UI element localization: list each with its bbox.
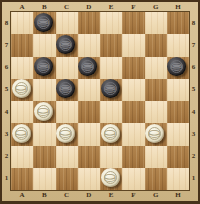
square-h7[interactable]	[167, 34, 189, 56]
square-c2[interactable]	[56, 146, 78, 168]
file-labels-top: ABCDEFGH	[11, 2, 189, 12]
square-g5[interactable]	[145, 79, 167, 101]
square-f3[interactable]	[122, 123, 144, 145]
piece-white-a3[interactable]: ⛀	[12, 124, 31, 143]
square-b2[interactable]	[33, 146, 55, 168]
square-h2[interactable]	[167, 146, 189, 168]
file-label: G	[145, 190, 167, 201]
file-label: E	[100, 2, 122, 12]
square-g4[interactable]	[145, 101, 167, 123]
file-label: B	[33, 2, 55, 12]
file-label: E	[100, 190, 122, 201]
square-h6[interactable]: ⛂	[167, 57, 189, 79]
square-f7[interactable]	[122, 34, 144, 56]
square-c1[interactable]	[56, 168, 78, 190]
piece-white-c3[interactable]: ⛀	[56, 124, 75, 143]
square-f5[interactable]	[122, 79, 144, 101]
square-e1[interactable]: ⛀	[100, 168, 122, 190]
square-c3[interactable]: ⛀	[56, 123, 78, 145]
square-a2[interactable]	[11, 146, 33, 168]
rank-label: 8	[2, 12, 11, 34]
square-e5[interactable]: ⛂	[100, 79, 122, 101]
square-e8[interactable]	[100, 12, 122, 34]
square-a7[interactable]	[11, 34, 33, 56]
square-f2[interactable]	[122, 146, 144, 168]
file-label: H	[167, 190, 189, 201]
square-b4[interactable]: ⛀	[33, 101, 55, 123]
square-h8[interactable]	[167, 12, 189, 34]
rank-label: 5	[189, 79, 198, 101]
checkers-board: ABCDEFGH ABCDEFGH 87654321 87654321 ⛂⛂⛂⛂…	[0, 0, 200, 204]
piece-black-h6[interactable]: ⛂	[167, 57, 186, 76]
rank-label: 3	[189, 123, 198, 145]
square-d7[interactable]	[78, 34, 100, 56]
square-c5[interactable]: ⛂	[56, 79, 78, 101]
square-e3[interactable]: ⛀	[100, 123, 122, 145]
square-c7[interactable]: ⛂	[56, 34, 78, 56]
square-d3[interactable]	[78, 123, 100, 145]
square-a4[interactable]	[11, 101, 33, 123]
square-e6[interactable]	[100, 57, 122, 79]
file-label: H	[167, 2, 189, 12]
square-b6[interactable]: ⛂	[33, 57, 55, 79]
piece-white-b4[interactable]: ⛀	[34, 102, 53, 121]
file-label: F	[122, 190, 144, 201]
square-e4[interactable]	[100, 101, 122, 123]
rank-labels-left: 87654321	[2, 12, 11, 190]
square-f6[interactable]	[122, 57, 144, 79]
file-label: C	[56, 2, 78, 12]
square-a8[interactable]	[11, 12, 33, 34]
square-d8[interactable]	[78, 12, 100, 34]
square-a5[interactable]: ⛀	[11, 79, 33, 101]
rank-label: 6	[2, 57, 11, 79]
rank-label: 2	[189, 146, 198, 168]
rank-label: 7	[2, 34, 11, 56]
rank-labels-right: 87654321	[189, 12, 198, 190]
square-g3[interactable]: ⛀	[145, 123, 167, 145]
square-g7[interactable]	[145, 34, 167, 56]
file-label: D	[78, 2, 100, 12]
piece-white-e3[interactable]: ⛀	[101, 124, 120, 143]
rank-label: 1	[2, 168, 11, 190]
board-grid: ⛂⛂⛂⛂⛂⛀⛂⛂⛀⛀⛀⛀⛀⛀	[11, 12, 189, 190]
piece-black-c7[interactable]: ⛂	[56, 35, 75, 54]
rank-label: 8	[189, 12, 198, 34]
square-g1[interactable]	[145, 168, 167, 190]
square-b8[interactable]: ⛂	[33, 12, 55, 34]
square-c4[interactable]	[56, 101, 78, 123]
square-c6[interactable]	[56, 57, 78, 79]
rank-label: 4	[2, 101, 11, 123]
square-d4[interactable]	[78, 101, 100, 123]
square-b3[interactable]	[33, 123, 55, 145]
piece-white-e1[interactable]: ⛀	[101, 168, 120, 187]
rank-label: 5	[2, 79, 11, 101]
board-frame: ABCDEFGH ABCDEFGH 87654321 87654321 ⛂⛂⛂⛂…	[2, 2, 198, 201]
rank-label: 2	[2, 146, 11, 168]
file-label: G	[145, 2, 167, 12]
file-label: A	[11, 2, 33, 12]
rank-label: 6	[189, 57, 198, 79]
file-label: B	[33, 190, 55, 201]
square-c8[interactable]	[56, 12, 78, 34]
square-f1[interactable]	[122, 168, 144, 190]
file-label: F	[122, 2, 144, 12]
file-label: A	[11, 190, 33, 201]
square-h5[interactable]	[167, 79, 189, 101]
square-d2[interactable]	[78, 146, 100, 168]
square-f4[interactable]	[122, 101, 144, 123]
file-label: C	[56, 190, 78, 201]
rank-label: 3	[2, 123, 11, 145]
square-d1[interactable]	[78, 168, 100, 190]
square-e2[interactable]	[100, 146, 122, 168]
file-labels-bottom: ABCDEFGH	[11, 190, 189, 201]
square-h1[interactable]	[167, 168, 189, 190]
piece-black-e5[interactable]: ⛂	[101, 79, 120, 98]
piece-white-a5[interactable]: ⛀	[12, 79, 31, 98]
rank-label: 1	[189, 168, 198, 190]
square-d6[interactable]: ⛂	[78, 57, 100, 79]
rank-label: 4	[189, 101, 198, 123]
square-d5[interactable]	[78, 79, 100, 101]
piece-black-c5[interactable]: ⛂	[56, 79, 75, 98]
square-g6[interactable]	[145, 57, 167, 79]
square-h3[interactable]	[167, 123, 189, 145]
piece-black-b6[interactable]: ⛂	[34, 57, 53, 76]
square-f8[interactable]	[122, 12, 144, 34]
square-a1[interactable]	[11, 168, 33, 190]
square-b1[interactable]	[33, 168, 55, 190]
square-a3[interactable]: ⛀	[11, 123, 33, 145]
file-label: D	[78, 190, 100, 201]
square-g8[interactable]	[145, 12, 167, 34]
square-e7[interactable]	[100, 34, 122, 56]
rank-label: 7	[189, 34, 198, 56]
square-g2[interactable]	[145, 146, 167, 168]
square-b7[interactable]	[33, 34, 55, 56]
piece-white-g3[interactable]: ⛀	[145, 124, 164, 143]
square-h4[interactable]	[167, 101, 189, 123]
piece-black-b8[interactable]: ⛂	[34, 13, 53, 32]
piece-black-d6[interactable]: ⛂	[78, 57, 97, 76]
square-a6[interactable]	[11, 57, 33, 79]
square-b5[interactable]	[33, 79, 55, 101]
